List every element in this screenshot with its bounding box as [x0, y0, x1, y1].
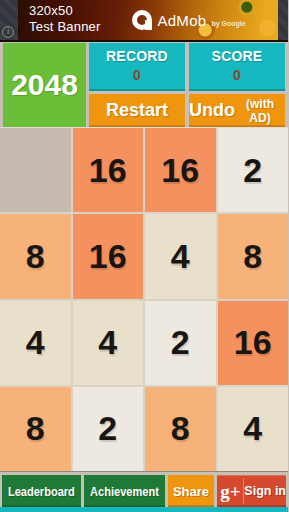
board[interactable]: 1616281648442168284 — [0, 127, 288, 472]
score-value: 0 — [189, 67, 285, 83]
restart-label: Restart — [106, 100, 168, 121]
bottom-accent-bar — [0, 507, 288, 512]
ad-size-label: 320x50 — [29, 3, 101, 19]
footer: Leaderboard Achievement Share g+ Sign in — [0, 472, 288, 507]
ad-banner[interactable]: 320x50 Test Banner AdMob by Google i — [0, 0, 288, 42]
app-logo: 2048 — [3, 43, 86, 127]
tile-16: 16 — [145, 128, 216, 212]
tile-4: 4 — [145, 214, 216, 298]
signin-label: Sign in — [244, 484, 286, 498]
app-window: 320x50 Test Banner AdMob by Google i 204… — [0, 0, 288, 512]
admob-wordmark: AdMob — [157, 12, 206, 29]
ad-text: 320x50 Test Banner — [29, 3, 101, 35]
leaderboard-label: Leaderboard — [8, 484, 75, 499]
header: 2048 RECORD 0 SCORE 0 Restart Undo(with … — [0, 42, 288, 127]
score-row: RECORD 0 SCORE 0 — [89, 43, 285, 91]
ad-info-icon[interactable]: i — [2, 26, 14, 38]
tile-2: 2 — [73, 387, 144, 471]
google-plus-icon: g+ — [217, 482, 243, 501]
ad-title: Test Banner — [29, 19, 101, 35]
tile-8: 8 — [0, 387, 71, 471]
admob-by-google-label: by Google — [211, 20, 245, 27]
tile-16: 16 — [73, 128, 144, 212]
tile-2: 2 — [145, 301, 216, 385]
record-label: RECORD — [89, 48, 185, 64]
undo-label: Undo — [189, 100, 235, 121]
google-signin-button[interactable]: g+ Sign in — [217, 475, 286, 507]
tile-16: 16 — [218, 301, 289, 385]
tile-8: 8 — [218, 214, 289, 298]
achievement-label: Achievement — [90, 484, 159, 499]
undo-button[interactable]: Undo(with AD) — [189, 94, 285, 127]
tile-8: 8 — [145, 387, 216, 471]
achievement-button[interactable]: Achievement — [84, 475, 165, 507]
tile-8: 8 — [0, 214, 71, 298]
tile-4: 4 — [73, 301, 144, 385]
leaderboard-button[interactable]: Leaderboard — [2, 475, 81, 507]
tile-4: 4 — [0, 301, 71, 385]
action-row: Restart Undo(with AD) — [89, 94, 285, 127]
tile-4: 4 — [218, 387, 289, 471]
admob-logo-icon — [132, 10, 152, 30]
restart-button[interactable]: Restart — [89, 94, 185, 127]
admob-branding: AdMob by Google — [132, 0, 245, 40]
score-label: SCORE — [189, 48, 285, 64]
score-box: SCORE 0 — [189, 43, 285, 91]
share-label: Share — [173, 484, 209, 499]
tile-16: 16 — [73, 214, 144, 298]
record-value: 0 — [89, 67, 185, 83]
undo-note: (with AD) — [235, 97, 285, 125]
header-right: RECORD 0 SCORE 0 Restart Undo(with AD) — [89, 43, 285, 127]
share-button[interactable]: Share — [168, 475, 215, 507]
tile-2: 2 — [218, 128, 289, 212]
ad-creative-image: 320x50 Test Banner AdMob by Google — [18, 0, 278, 40]
empty-cell — [0, 128, 71, 212]
record-box: RECORD 0 — [89, 43, 185, 91]
